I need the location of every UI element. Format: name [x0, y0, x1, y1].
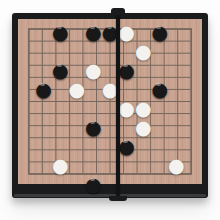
white-stone-glyph: ●: [118, 23, 135, 42]
bottom-hinge: [109, 196, 127, 201]
grid-area: ●●●●●●●●●●●●●●●●●●●●●: [22, 23, 198, 180]
white-stone: ●: [135, 42, 152, 61]
white-stone-glyph: ●: [135, 99, 152, 118]
black-stone-glyph: ●: [85, 23, 102, 42]
black-stone: ●: [85, 175, 102, 194]
black-stone: ●: [52, 23, 69, 42]
white-stone-glyph: ●: [135, 118, 152, 137]
white-stone-glyph: ●: [118, 99, 135, 118]
black-stone: ●: [118, 137, 135, 156]
white-stone-glyph: ●: [135, 42, 152, 61]
black-stone-glyph: ●: [35, 80, 52, 99]
white-stone-glyph: ●: [52, 156, 69, 175]
black-stone-glyph: ●: [85, 118, 102, 137]
black-stone: ●: [151, 80, 168, 99]
black-stone: ●: [118, 61, 135, 80]
white-stone-glyph: ●: [168, 156, 185, 175]
white-stone: ●: [52, 156, 69, 175]
white-stone: ●: [118, 99, 135, 118]
white-stone-glyph: ●: [69, 80, 86, 99]
white-stone: ●: [168, 156, 185, 175]
black-stone: ●: [85, 118, 102, 137]
black-stone: ●: [52, 61, 69, 80]
go-board: ●●●●●●●●●●●●●●●●●●●●●: [12, 13, 208, 198]
top-hinge: [111, 8, 125, 15]
stones-layer: ●●●●●●●●●●●●●●●●●●●●●: [22, 23, 198, 180]
white-stone: ●: [69, 80, 86, 99]
fold-seam: [116, 13, 120, 198]
black-stone-glyph: ●: [52, 61, 69, 80]
product-photo: ●●●●●●●●●●●●●●●●●●●●●: [0, 0, 220, 220]
black-stone-glyph: ●: [85, 175, 102, 194]
white-stone: ●: [135, 118, 152, 137]
black-stone-glyph: ●: [118, 61, 135, 80]
white-stone: ●: [85, 61, 102, 80]
black-stone: ●: [151, 23, 168, 42]
black-stone-glyph: ●: [118, 137, 135, 156]
white-stone-glyph: ●: [85, 61, 102, 80]
black-stone-glyph: ●: [52, 23, 69, 42]
black-stone: ●: [35, 80, 52, 99]
white-stone: ●: [118, 23, 135, 42]
white-stone: ●: [135, 99, 152, 118]
black-stone-glyph: ●: [151, 23, 168, 42]
black-stone-glyph: ●: [151, 80, 168, 99]
black-stone: ●: [85, 23, 102, 42]
